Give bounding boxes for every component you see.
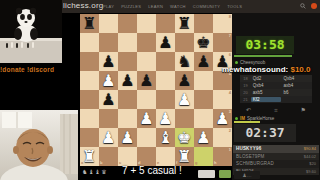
nav-menu: PLAYPUZZLESLEARNWATCHCOMMUNITYTOOLS <box>103 4 242 9</box>
square-f1[interactable]: ♜f <box>175 147 194 166</box>
nav-item-puzzles[interactable]: PUZZLES <box>121 4 141 9</box>
square-e3[interactable]: ♟ <box>156 109 175 128</box>
square-b1[interactable]: b <box>99 147 118 166</box>
leaderboard-row-3: SCHMBURGRAD$20 <box>233 160 319 168</box>
donation-alert-name: mewhatonsound <box>222 65 286 74</box>
square-c8[interactable] <box>118 14 137 33</box>
move-row-20: 20axb5b6 <box>240 89 312 96</box>
square-c7[interactable] <box>118 33 137 52</box>
game-sidebar: 03:58 Cheesynoob 18Qd2Qxb419Qxb4axb420ax… <box>232 13 320 180</box>
piece-white-p-d3: ♟ <box>137 109 156 128</box>
coord-rank-2: 2 <box>229 129 231 133</box>
square-f3[interactable] <box>175 109 194 128</box>
leaderboard-value: $9.60 <box>306 169 316 174</box>
square-c5[interactable]: ♟ <box>118 71 137 90</box>
move-number: 18 <box>240 76 251 81</box>
square-a1[interactable]: ♜a <box>80 147 99 166</box>
square-d4[interactable] <box>137 90 156 109</box>
piece-white-r-f1: ♜ <box>175 147 194 166</box>
move-21w[interactable]: Kf2 <box>251 97 282 102</box>
search-icon[interactable] <box>300 3 306 9</box>
move-controls: ↶⌗⚑ <box>246 106 306 114</box>
piece-black-k-g7: ♚ <box>194 33 213 52</box>
square-a6[interactable] <box>80 52 99 71</box>
leaderboard-row-2: BLOSE79PM$44.02 <box>233 153 319 161</box>
square-e6[interactable] <box>156 52 175 71</box>
streamer-webcam <box>0 110 78 180</box>
piece-white-p-b5: ♟ <box>99 71 118 90</box>
square-e2[interactable]: ♝ <box>156 128 175 147</box>
square-g2[interactable]: ♟ <box>194 128 213 147</box>
leaderboard-value: $44.02 <box>304 154 316 159</box>
square-h7[interactable]: 7 <box>213 33 232 52</box>
square-f4[interactable]: ♟ <box>175 90 194 109</box>
live-badge[interactable] <box>219 170 231 178</box>
piece-white-p-e3: ♟ <box>156 109 175 128</box>
piece-black-p-g6: ♟ <box>194 52 213 71</box>
piece-black-p-c5: ♟ <box>118 71 137 90</box>
donation-alert: mewhatonsound: $10.0 <box>222 65 320 74</box>
piece-black-p-b6: ♟ <box>99 52 118 71</box>
player-bottom[interactable]: IM SparkleHorse <box>235 115 274 122</box>
piece-white-p-b2: ♟ <box>99 128 118 147</box>
square-f5[interactable]: ♟ <box>175 71 194 90</box>
square-f2[interactable]: ♚ <box>175 128 194 147</box>
online-dot-icon <box>235 61 238 64</box>
square-c6[interactable] <box>118 52 137 71</box>
leaderboard-name: HUSKYY96 <box>236 146 261 151</box>
square-a7[interactable] <box>80 33 99 52</box>
online-dot-icon <box>235 117 238 120</box>
square-b3[interactable] <box>99 109 118 128</box>
square-e7[interactable]: ♟ <box>156 33 175 52</box>
leaderboard-value: $20 <box>309 161 316 166</box>
stream-screenshot: lichess.org PLAYPUZZLESLEARNWATCHCOMMUNI… <box>0 0 320 180</box>
move-18b[interactable]: Qxb4 <box>281 76 312 81</box>
square-d6[interactable] <box>137 52 156 71</box>
coord-file-h: h <box>214 161 216 165</box>
leaderboard-row-1: HUSKYY96$90.84 <box>233 145 319 153</box>
square-f7[interactable] <box>175 33 194 52</box>
leaderboard-value: $90.84 <box>304 146 316 151</box>
move-20b[interactable]: b6 <box>281 90 312 95</box>
takeback-icon[interactable]: ↶ <box>246 106 251 114</box>
square-g5[interactable] <box>194 71 213 90</box>
piece-black-p-e7: ♟ <box>156 33 175 52</box>
move-20w[interactable]: axb5 <box>251 90 282 95</box>
square-g4[interactable] <box>194 90 213 109</box>
coord-rank-7: 7 <box>229 34 231 38</box>
square-d1[interactable]: d <box>137 147 156 166</box>
piece-white-k-f2: ♚ <box>175 128 194 147</box>
sidebar-footer-button[interactable]: ♟… <box>234 171 260 179</box>
piece-black-p-b4: ♟ <box>99 90 118 109</box>
square-c3[interactable] <box>118 109 137 128</box>
square-f6[interactable]: ♞ <box>175 52 194 71</box>
clock-top-time-bar <box>234 55 292 57</box>
coord-rank-1: 1 <box>229 148 231 152</box>
piece-black-p-f5: ♟ <box>175 71 194 90</box>
coord-file-a: a <box>81 161 83 165</box>
coord-rank-8: 8 <box>229 15 231 19</box>
piece-black-p-d5: ♟ <box>137 71 156 90</box>
piece-white-p-g2: ♟ <box>194 128 213 147</box>
square-d7[interactable] <box>137 33 156 52</box>
square-c2[interactable]: ♟ <box>118 128 137 147</box>
player-bottom-name: SparkleHorse <box>247 116 274 121</box>
square-a8[interactable]: ♜ <box>80 14 99 33</box>
donation-alert-amount: $10.0 <box>290 65 310 74</box>
square-f8[interactable]: ♜ <box>175 14 194 33</box>
move-19w[interactable]: Qxb4 <box>251 83 282 88</box>
square-b2[interactable]: ♟ <box>99 128 118 147</box>
square-h3[interactable]: ♟3 <box>213 109 232 128</box>
move-row-18: 18Qd2Qxb4 <box>240 75 312 82</box>
square-a2[interactable] <box>80 128 99 147</box>
donate-discord-text: !donate !discord <box>0 66 78 73</box>
square-h4[interactable]: 4 <box>213 90 232 109</box>
square-e1[interactable]: e <box>156 147 175 166</box>
move-19b[interactable]: axb4 <box>281 83 312 88</box>
piece-black-n-f6: ♞ <box>175 52 194 71</box>
square-g7[interactable]: ♚ <box>194 33 213 52</box>
nav-item-learn[interactable]: LEARN <box>148 4 163 9</box>
piece-black-r-a8: ♜ <box>80 14 99 33</box>
piece-white-p-c2: ♟ <box>118 128 137 147</box>
move-row-19: 19Qxb4axb4 <box>240 82 312 89</box>
piece-white-b-e2: ♝ <box>156 128 175 147</box>
square-b4[interactable]: ♟ <box>99 90 118 109</box>
flag-resign-icon[interactable]: ⚑ <box>301 106 306 114</box>
square-b7[interactable] <box>99 33 118 52</box>
coord-rank-3: 3 <box>229 110 231 114</box>
square-c4[interactable] <box>118 90 137 109</box>
square-c1[interactable]: c <box>118 147 137 166</box>
time-control-label: 7 + 5 casual ! <box>100 165 204 176</box>
piece-black-r-f8: ♜ <box>175 14 194 33</box>
square-d2[interactable] <box>137 128 156 147</box>
chess-board: ♜♜8♟♚7♟♞♟♟6♟♟♟♟5♟♟4♟♟♟3♟♟♝♚♟2♜abcde♜fgh1 <box>80 14 232 166</box>
square-d3[interactable]: ♟ <box>137 109 156 128</box>
leaderboard-name: BLOSE79PM <box>236 154 265 159</box>
panda-plushie <box>0 0 62 63</box>
move-18w[interactable]: Qd2 <box>251 76 282 81</box>
analysis-board-icon[interactable]: ⌗ <box>274 106 277 114</box>
square-h2[interactable]: 2 <box>213 128 232 147</box>
square-d5[interactable]: ♟ <box>137 71 156 90</box>
square-b6[interactable]: ♟ <box>99 52 118 71</box>
square-b5[interactable]: ♟ <box>99 71 118 90</box>
nav-item-community[interactable]: COMMUNITY <box>193 4 220 9</box>
square-g1[interactable]: g <box>194 147 213 166</box>
nav-item-watch[interactable]: WATCH <box>170 4 186 9</box>
player-bottom-title: IM <box>240 116 245 121</box>
square-d8[interactable] <box>137 14 156 33</box>
square-g8[interactable] <box>194 14 213 33</box>
square-a5[interactable] <box>80 71 99 90</box>
move-row-21: 21Kf2 <box>240 96 312 103</box>
move-number: 20 <box>240 90 251 95</box>
top-nav: lichess.org PLAYPUZZLESLEARNWATCHCOMMUNI… <box>55 0 320 13</box>
nav-item-play[interactable]: PLAY <box>103 4 114 9</box>
panda-plushie-cam <box>0 0 62 63</box>
clock-bottom: 02:37 <box>234 124 296 142</box>
square-h1[interactable]: h1 <box>213 147 232 166</box>
square-h8[interactable]: 8 <box>213 14 232 33</box>
square-e4[interactable] <box>156 90 175 109</box>
move-number: 21 <box>240 97 251 102</box>
piece-white-p-f4: ♟ <box>175 90 194 109</box>
lichess-logo[interactable]: lichess.org <box>63 1 103 10</box>
coord-rank-6: 6 <box>229 53 231 57</box>
square-a3[interactable] <box>80 109 99 128</box>
coord-rank-4: 4 <box>229 91 231 95</box>
square-g6[interactable]: ♟ <box>194 52 213 71</box>
square-e8[interactable] <box>156 14 175 33</box>
square-g3[interactable] <box>194 109 213 128</box>
square-a4[interactable] <box>80 90 99 109</box>
nav-item-tools[interactable]: TOOLS <box>227 4 242 9</box>
streamer-face <box>0 110 78 180</box>
user-notification-icon[interactable] <box>311 3 317 9</box>
square-e5[interactable] <box>156 71 175 90</box>
clock-top: 03:58 <box>236 36 294 54</box>
move-number: 19 <box>240 83 251 88</box>
leaderboard-name: SCHMBURGRAD <box>236 161 274 166</box>
move-list: 18Qd2Qxb419Qxb4axb420axb5b621Kf2 <box>240 75 312 103</box>
square-b8[interactable] <box>99 14 118 33</box>
